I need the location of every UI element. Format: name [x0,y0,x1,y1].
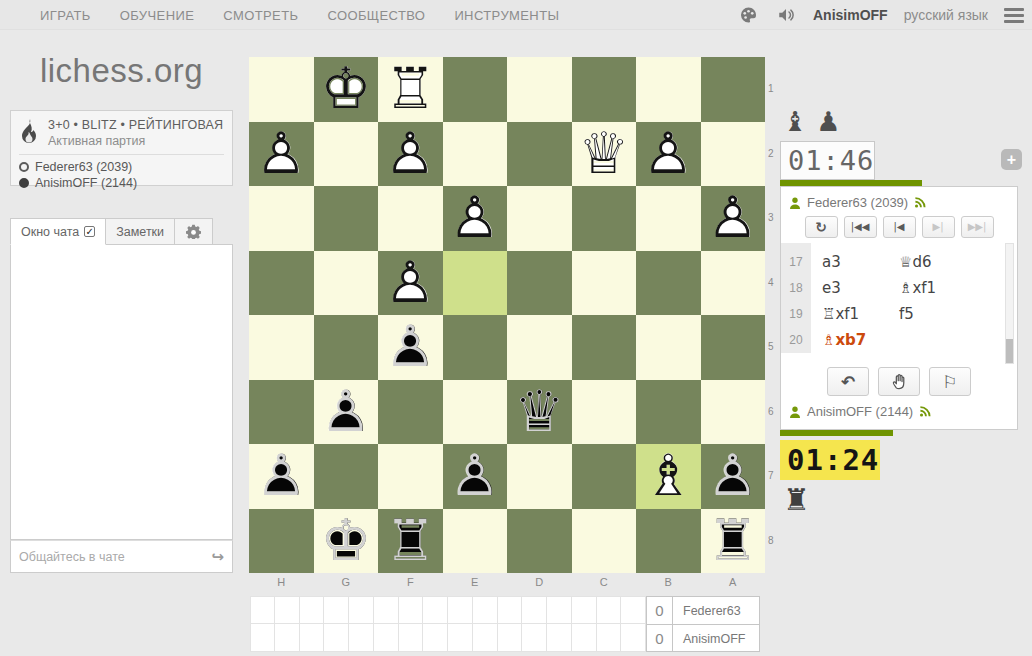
game-player-white: Federer63 (2039) [19,159,224,175]
square-h8[interactable] [249,509,314,574]
page: ИГРАТЬОБУЧЕНИЕСМОТРЕТЬСООБЩЕСТВОИНСТРУМЕ… [0,0,1032,656]
square-g2[interactable] [314,122,379,187]
game-type-label: 3+0 • BLITZ • РЕЙТИНГОВАЯ [48,118,223,132]
square-g5[interactable] [314,315,379,380]
crosstable: 0Federer630AnisimOFF [250,596,760,652]
timeline-cell[interactable] [275,596,300,624]
tab-chat-label: Окно чата [21,225,79,239]
piece-white-pawn-f2[interactable]: ♟♙ [378,122,443,187]
square-f6[interactable] [378,380,443,445]
piece-black-rook-f8[interactable]: ♜♖ [378,509,443,574]
square-e7[interactable]: ♟♙ [443,444,508,509]
move-list-scrollbar[interactable] [1005,243,1014,364]
square-f7[interactable] [378,444,443,509]
file-label-b: B [636,574,701,588]
square-d8[interactable] [507,509,572,574]
captured-pieces-top: ♝♟ [783,106,840,137]
square-h7[interactable]: ♟♙ [249,444,314,509]
timeline-cell[interactable] [547,624,572,652]
captured-pawn-icon: ♟ [816,106,840,137]
score-value: 0 [646,624,673,652]
timeline-cell[interactable] [473,624,498,652]
timeline-cell[interactable] [423,624,448,652]
black-color-dot [19,178,29,188]
square-g6[interactable]: ♟♙ [314,380,379,445]
cycle-icon[interactable]: ↻ [805,216,838,238]
piece-black-rook-a8[interactable]: ♜♖ [701,509,766,574]
timeline-cell[interactable] [275,624,300,652]
square-f5[interactable]: ♟♙ [378,315,443,380]
square-a6[interactable] [701,380,766,445]
tab-notes-label: Заметки [116,225,164,239]
board-area: ♚♔♜♖♟♙♟♙♛♕♟♙♟♙♟♙♟♙♟♙♟♙♛♕♟♙♟♙♝♗♟♙♚♔♜♖♜♖ 1… [249,57,765,573]
square-c1[interactable] [572,57,637,122]
square-b6[interactable] [636,380,701,445]
captured-pieces-bottom: ♜ [783,482,810,517]
move-black[interactable]: f5 [899,305,1017,323]
step-forward-icon[interactable]: ▶| [922,216,955,238]
square-a2[interactable] [701,122,766,187]
hamburger-icon[interactable] [1004,8,1024,23]
white-color-dot [19,162,29,172]
timeline-cell[interactable] [547,596,572,624]
game-players-list: Federer63 (2039)AnisimOFF (2144) [19,159,224,191]
add-time-button[interactable]: + [1001,149,1022,170]
timeline-cell[interactable] [522,624,547,652]
square-a3[interactable]: ♟♙ [701,186,766,251]
timeline-cell[interactable] [498,596,523,624]
gear-icon [186,224,201,239]
broadcast-icon [919,406,931,417]
captured-rook-icon: ♜ [783,482,810,517]
square-a8[interactable]: ♜♖ [701,509,766,574]
square-c6[interactable] [572,380,637,445]
piece-white-king-g1[interactable]: ♚♔ [314,57,379,122]
time-bar-bottom [780,430,893,436]
piece-black-queen-d6[interactable]: ♛♕ [507,380,572,445]
square-b8[interactable] [636,509,701,574]
square-h4[interactable] [249,251,314,316]
file-label-c: C [572,574,637,588]
takeback-button[interactable]: ↶ [827,367,869,396]
piece-white-pawn-f4[interactable]: ♟♙ [378,251,443,316]
piece-white-queen-c2[interactable]: ♛♕ [572,122,637,187]
person-icon [789,197,801,209]
square-a1[interactable] [701,57,766,122]
square-f8[interactable]: ♜♖ [378,509,443,574]
square-h2[interactable]: ♟♙ [249,122,314,187]
person-icon [789,406,801,418]
rank-label-1: 1 [768,57,782,122]
square-c8[interactable] [572,509,637,574]
score-value: 0 [646,596,673,624]
flag-icon: ⚐ [942,372,957,392]
tab-notes[interactable]: Заметки [106,218,175,245]
game-status-label: Активная партия [48,134,223,148]
move-number: 18 [781,275,811,301]
square-b5[interactable] [636,315,701,380]
timeline-cell[interactable] [597,596,622,624]
timeline-cell[interactable] [423,596,448,624]
sound-icon[interactable] [775,5,797,25]
square-b1[interactable] [636,57,701,122]
timeline-cell[interactable] [374,596,399,624]
move-white[interactable]: ♗xb7 [811,331,899,349]
move-white[interactable]: ♖xf1 [811,305,899,323]
main-menu: ИГРАТЬОБУЧЕНИЕСМОТРЕТЬСООБЩЕСТВОИНСТРУМЕ… [40,0,559,30]
timeline-cell[interactable] [300,596,325,624]
piece-black-pawn-g6[interactable]: ♟♙ [314,380,379,445]
timeline-cell[interactable] [399,596,424,624]
takeback-icon: ↶ [841,372,855,392]
square-e4[interactable] [443,251,508,316]
piece-white-pawn-h2[interactable]: ♟♙ [249,122,314,187]
piece-white-pawn-b2[interactable]: ♟♙ [636,122,701,187]
move-row-20: 20♗xb7 [781,327,1017,353]
username-link[interactable]: AnisimOFF [813,7,888,23]
chat-input[interactable] [11,550,203,564]
step-back-icon[interactable]: |◀ [883,216,916,238]
square-a5[interactable] [701,315,766,380]
nav-item-обучение[interactable]: ОБУЧЕНИЕ [120,8,195,23]
hand-icon [890,372,909,391]
chat-tabs: Окно чата ✓ Заметки [10,218,233,245]
timeline-cell[interactable] [324,624,349,652]
resign-button[interactable]: ⚐ [929,367,971,396]
nav-item-инструменты[interactable]: ИНСТРУМЕНТЫ [454,8,559,23]
game-player-black: AnisimOFF (2144) [19,175,224,191]
send-arrow-icon[interactable]: ↪ [203,548,232,566]
player-name-top: Federer63 (2039) [807,195,908,210]
square-d6[interactable]: ♛♕ [507,380,572,445]
timeline-cell[interactable] [250,596,275,624]
crosstable-row: 0AnisimOFF [250,624,760,652]
piece-white-pawn-a3[interactable]: ♟♙ [701,186,766,251]
piece-black-pawn-e7[interactable]: ♟♙ [443,444,508,509]
square-b7[interactable]: ♝♗ [636,444,701,509]
timeline-cell[interactable] [349,596,374,624]
timeline-cell[interactable] [572,596,597,624]
tab-chat[interactable]: Окно чата ✓ [10,218,106,245]
divider [19,154,224,155]
move-list: 16♗e2♗h617a3♕d618e3♗xf119♖xf1f520♗xb7 [781,243,1017,361]
player-link-top[interactable]: Federer63 (2039) [781,187,1017,212]
score-player-name[interactable]: Federer63 [673,596,760,624]
skip-last-icon[interactable]: ▶▶| [961,216,994,238]
square-c4[interactable] [572,251,637,316]
tab-settings[interactable] [175,218,213,245]
square-e3[interactable]: ♟♙ [443,186,508,251]
top-nav-bar: ИГРАТЬОБУЧЕНИЕСМОТРЕТЬСООБЩЕСТВОИНСТРУМЕ… [0,0,1032,30]
topbar-right: AnisimOFF русский язык [737,0,1024,30]
square-f3[interactable] [378,186,443,251]
player-name-bottom: AnisimOFF (2144) [807,404,913,419]
piece-white-bishop-b7[interactable]: ♝♗ [636,444,701,509]
square-e6[interactable] [443,380,508,445]
square-c2[interactable]: ♛♕ [572,122,637,187]
square-d7[interactable] [507,444,572,509]
chat-panel: Окно чата ✓ Заметки ↪ [10,218,233,573]
file-label-f: F [378,574,443,588]
game-action-buttons: ↶⚐ [781,361,1017,396]
file-label-e: E [443,574,508,588]
square-a4[interactable] [701,251,766,316]
move-row-17: 17a3♕d6 [781,249,1017,275]
game-info-box: 3+0 • BLITZ • РЕЙТИНГОВАЯ Активная парти… [10,110,233,186]
piece-white-rook-f1[interactable]: ♜♖ [378,57,443,122]
square-c3[interactable] [572,186,637,251]
square-e8[interactable] [443,509,508,574]
score-player-name[interactable]: AnisimOFF [673,624,760,652]
scrollbar-thumb[interactable] [1006,339,1013,363]
move-white[interactable]: a3 [811,253,899,271]
skip-first-icon[interactable]: |◀◀ [844,216,877,238]
piece-black-pawn-f5[interactable]: ♟♙ [378,315,443,380]
square-a7[interactable]: ♟♙ [701,444,766,509]
square-b2[interactable]: ♟♙ [636,122,701,187]
piece-black-pawn-a7[interactable]: ♟♙ [701,444,766,509]
square-d1[interactable] [507,57,572,122]
piece-black-pawn-h7[interactable]: ♟♙ [249,444,314,509]
file-label-d: D [507,574,572,588]
timeline-cell[interactable] [374,624,399,652]
square-b4[interactable] [636,251,701,316]
square-g3[interactable] [314,186,379,251]
square-f1[interactable]: ♜♖ [378,57,443,122]
move-row-19: 19♖xf1f5 [781,301,1017,327]
timeline-cell[interactable] [250,624,275,652]
square-g4[interactable] [314,251,379,316]
timeline-cell[interactable] [300,624,325,652]
square-h5[interactable] [249,315,314,380]
square-g8[interactable]: ♚♔ [314,509,379,574]
square-f2[interactable]: ♟♙ [378,122,443,187]
timeline-cell[interactable] [572,624,597,652]
lichess-logo[interactable]: lichess.org [10,52,233,90]
timeline-cell[interactable] [324,596,349,624]
clock-bottom: 01:24 [780,440,880,480]
chess-board: ♚♔♜♖♟♙♟♙♛♕♟♙♟♙♟♙♟♙♟♙♟♙♛♕♟♙♟♙♝♗♟♙♚♔♜♖♜♖ [249,57,765,573]
broadcast-icon [914,197,926,208]
square-f4[interactable]: ♟♙ [378,251,443,316]
offer-draw-button[interactable] [878,367,920,396]
square-g1[interactable]: ♚♔ [314,57,379,122]
timeline-cell[interactable] [498,624,523,652]
move-black[interactable]: ♕d6 [899,253,1017,271]
nav-item-играть[interactable]: ИГРАТЬ [40,8,91,23]
file-label-h: H [249,574,314,588]
move-white[interactable]: e3 [811,279,899,297]
file-label-a: A [701,574,766,588]
move-black[interactable]: ♗h6 [899,243,1017,245]
square-e5[interactable] [443,315,508,380]
clock-top: 01:46 [780,141,875,180]
move-number: 19 [781,301,811,327]
move-number: 17 [781,249,811,275]
timeline-cell[interactable] [473,596,498,624]
timeline-cell[interactable] [621,624,646,652]
square-d5[interactable] [507,315,572,380]
language-selector[interactable]: русский язык [904,7,988,23]
chat-messages [10,244,233,540]
square-d2[interactable] [507,122,572,187]
game-side-box: Federer63 (2039) ↻|◀◀|◀▶|▶▶| 16♗e2♗h617a… [780,186,1018,430]
timeline-cell[interactable] [349,624,374,652]
captured-bishop-icon: ♝ [783,106,807,137]
timeline-cell[interactable] [448,624,473,652]
square-h3[interactable] [249,186,314,251]
piece-white-pawn-e3[interactable]: ♟♙ [443,186,508,251]
square-h1[interactable] [249,57,314,122]
nav-item-смотреть[interactable]: СМОТРЕТЬ [223,8,298,23]
replay-controls: ↻|◀◀|◀▶|▶▶| [781,212,1017,243]
move-black[interactable]: ♗xf1 [899,279,1017,297]
file-labels: HGFEDCBA [249,574,765,588]
timeline-cell[interactable] [597,624,622,652]
square-c7[interactable] [572,444,637,509]
move-number: 20 [781,327,811,353]
move-white[interactable]: ♗e2 [811,243,899,245]
square-e2[interactable] [443,122,508,187]
piece-black-king-g8[interactable]: ♚♔ [314,509,379,574]
rank-label-8: 8 [768,509,782,574]
palette-icon[interactable] [737,5,759,25]
timeline-cell[interactable] [399,624,424,652]
file-label-g: G [314,574,379,588]
crosstable-row: 0Federer63 [250,596,760,624]
blitz-flame-icon [19,118,39,148]
square-d4[interactable] [507,251,572,316]
square-c5[interactable] [572,315,637,380]
timeline-cell[interactable] [621,596,646,624]
square-b3[interactable] [636,186,701,251]
square-h6[interactable] [249,380,314,445]
square-g7[interactable] [314,444,379,509]
player-link-bottom[interactable]: AnisimOFF (2144) [781,396,1017,421]
timeline-cell[interactable] [522,596,547,624]
chat-input-row: ↪ [10,540,233,573]
move-row-18: 18e3♗xf1 [781,275,1017,301]
nav-item-сообщество[interactable]: СООБЩЕСТВО [327,8,425,23]
square-e1[interactable] [443,57,508,122]
chat-toggle-checkbox[interactable]: ✓ [84,226,95,237]
square-d3[interactable] [507,186,572,251]
timeline-cell[interactable] [448,596,473,624]
